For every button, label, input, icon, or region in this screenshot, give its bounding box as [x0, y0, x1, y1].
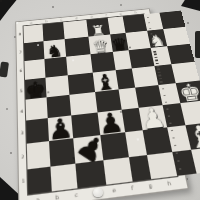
small-round-object: [93, 188, 103, 197]
coord-label: e: [112, 188, 116, 194]
coord-label: a: [30, 21, 32, 24]
wall-dark-patch-top-left: [0, 0, 23, 21]
wall-dark-patch-top-right: [181, 0, 200, 11]
photo-scene: abcdefgh 87654321 ♜♞♛♛♞♚♝♚♟♟♟♟♝❖ abcdefg…: [0, 0, 200, 200]
square-d2[interactable]: [100, 132, 128, 160]
coord-label: 4: [20, 110, 23, 115]
coord-label: d: [75, 17, 78, 20]
coord-label: 7: [19, 51, 22, 55]
coord-label: 3: [21, 132, 24, 137]
square-d5[interactable]: ♝: [92, 70, 118, 92]
coord-label: g: [149, 184, 153, 190]
wall-dark-mark-left: [0, 62, 9, 78]
coord-label: b: [56, 195, 60, 200]
square-b5[interactable]: [45, 75, 70, 97]
square-h4[interactable]: ♚: [175, 80, 200, 103]
square-b1[interactable]: [50, 164, 78, 192]
coord-label: 1: [22, 179, 25, 185]
coord-label: e: [90, 15, 93, 18]
coord-label: f: [131, 186, 134, 192]
square-d3[interactable]: ♟: [97, 110, 124, 135]
square-a5[interactable]: ♚: [25, 78, 46, 100]
coord-label: g: [119, 13, 122, 16]
square-c1[interactable]: [76, 160, 106, 188]
coord-label: 5: [20, 89, 23, 94]
square-a4[interactable]: [26, 97, 48, 120]
wall-dark-mark-right: [195, 31, 200, 58]
coord-label: c: [75, 193, 78, 199]
square-b3[interactable]: ♟: [47, 115, 73, 141]
square-a7[interactable]: [24, 41, 44, 61]
coord-label: b: [45, 20, 47, 23]
coord-label: 8: [19, 33, 22, 37]
square-a1[interactable]: [28, 167, 52, 195]
square-c2[interactable]: ♟: [74, 135, 103, 164]
square-a8[interactable]: [24, 24, 44, 43]
square-a3[interactable]: [26, 118, 49, 143]
coord-label: h: [167, 182, 171, 188]
square-a2[interactable]: [27, 141, 50, 170]
coord-label: 2: [21, 155, 24, 160]
wall-speckles: [0, 0, 2, 2]
chessboard: abcdefgh 87654321 ♜♞♛♛♞♚♝♚♟♟♟♟♝❖ abcdefg…: [15, 8, 189, 200]
coord-label: f: [105, 14, 107, 17]
board-frame: abcdefgh 87654321 ♜♞♛♛♞♚♝♚♟♟♟♟♝❖ abcdefg…: [15, 8, 189, 200]
square-d1[interactable]: [103, 157, 132, 184]
board-speckles: [16, 22, 17, 23]
coord-label: a: [36, 198, 39, 200]
coord-label: c: [60, 18, 62, 21]
coord-label: 6: [19, 69, 22, 73]
